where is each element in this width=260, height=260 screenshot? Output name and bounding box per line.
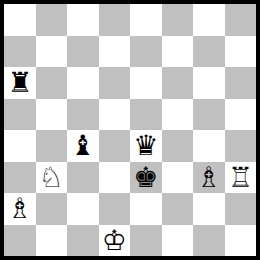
- square-e5[interactable]: [130, 99, 162, 131]
- square-b4[interactable]: [36, 130, 68, 162]
- piece-white-rook-h3[interactable]: ♖: [228, 162, 253, 194]
- square-b2[interactable]: [36, 193, 68, 225]
- square-h1[interactable]: [225, 225, 257, 257]
- square-h2[interactable]: [225, 193, 257, 225]
- chess-board: ♜♝♛♘♚♗♖♗♔: [4, 4, 256, 256]
- piece-white-bishop-g3[interactable]: ♗: [196, 162, 221, 194]
- square-a5[interactable]: [4, 99, 36, 131]
- square-a8[interactable]: [4, 4, 36, 36]
- square-e7[interactable]: [130, 36, 162, 68]
- square-g8[interactable]: [193, 4, 225, 36]
- piece-black-bishop-c4[interactable]: ♝: [70, 130, 95, 162]
- square-c2[interactable]: [67, 193, 99, 225]
- square-f8[interactable]: [162, 4, 194, 36]
- square-g1[interactable]: [193, 225, 225, 257]
- square-e6[interactable]: [130, 67, 162, 99]
- square-e2[interactable]: [130, 193, 162, 225]
- square-d2[interactable]: [99, 193, 131, 225]
- square-a3[interactable]: [4, 162, 36, 194]
- square-c3[interactable]: [67, 162, 99, 194]
- square-b5[interactable]: [36, 99, 68, 131]
- square-d6[interactable]: [99, 67, 131, 99]
- square-g3[interactable]: ♗: [193, 162, 225, 194]
- square-f6[interactable]: [162, 67, 194, 99]
- piece-black-king-e3[interactable]: ♚: [133, 162, 158, 194]
- square-a6[interactable]: ♜: [4, 67, 36, 99]
- square-f7[interactable]: [162, 36, 194, 68]
- square-f4[interactable]: [162, 130, 194, 162]
- square-d3[interactable]: [99, 162, 131, 194]
- square-g6[interactable]: [193, 67, 225, 99]
- square-c5[interactable]: [67, 99, 99, 131]
- square-h7[interactable]: [225, 36, 257, 68]
- square-f5[interactable]: [162, 99, 194, 131]
- square-e4[interactable]: ♛: [130, 130, 162, 162]
- square-f3[interactable]: [162, 162, 194, 194]
- piece-black-rook-a6[interactable]: ♜: [7, 67, 32, 99]
- square-c8[interactable]: [67, 4, 99, 36]
- chess-board-frame: ♜♝♛♘♚♗♖♗♔: [0, 0, 260, 260]
- square-g7[interactable]: [193, 36, 225, 68]
- square-a1[interactable]: [4, 225, 36, 257]
- square-d8[interactable]: [99, 4, 131, 36]
- square-f2[interactable]: [162, 193, 194, 225]
- square-b1[interactable]: [36, 225, 68, 257]
- square-b8[interactable]: [36, 4, 68, 36]
- piece-white-bishop-a2[interactable]: ♗: [7, 193, 32, 225]
- square-g5[interactable]: [193, 99, 225, 131]
- square-g4[interactable]: [193, 130, 225, 162]
- square-d7[interactable]: [99, 36, 131, 68]
- piece-black-queen-e4[interactable]: ♛: [133, 130, 158, 162]
- square-h5[interactable]: [225, 99, 257, 131]
- square-c1[interactable]: [67, 225, 99, 257]
- square-h4[interactable]: [225, 130, 257, 162]
- square-b6[interactable]: [36, 67, 68, 99]
- square-d1[interactable]: ♔: [99, 225, 131, 257]
- square-h6[interactable]: [225, 67, 257, 99]
- square-d4[interactable]: [99, 130, 131, 162]
- square-f1[interactable]: [162, 225, 194, 257]
- square-c4[interactable]: ♝: [67, 130, 99, 162]
- piece-white-king-d1[interactable]: ♔: [102, 225, 127, 257]
- square-e1[interactable]: [130, 225, 162, 257]
- square-h3[interactable]: ♖: [225, 162, 257, 194]
- square-a2[interactable]: ♗: [4, 193, 36, 225]
- square-c7[interactable]: [67, 36, 99, 68]
- square-g2[interactable]: [193, 193, 225, 225]
- square-e3[interactable]: ♚: [130, 162, 162, 194]
- square-e8[interactable]: [130, 4, 162, 36]
- square-b7[interactable]: [36, 36, 68, 68]
- square-c6[interactable]: [67, 67, 99, 99]
- piece-white-knight-b3[interactable]: ♘: [39, 162, 64, 194]
- square-a7[interactable]: [4, 36, 36, 68]
- square-h8[interactable]: [225, 4, 257, 36]
- square-b3[interactable]: ♘: [36, 162, 68, 194]
- square-d5[interactable]: [99, 99, 131, 131]
- square-a4[interactable]: [4, 130, 36, 162]
